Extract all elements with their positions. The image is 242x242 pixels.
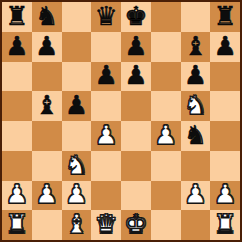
- square-g5[interactable]: ♞: [181, 91, 211, 121]
- square-c4[interactable]: [62, 121, 92, 151]
- square-c8[interactable]: [62, 2, 92, 32]
- square-h3[interactable]: [210, 151, 240, 181]
- square-g3[interactable]: [181, 151, 211, 181]
- square-d7[interactable]: [91, 32, 121, 62]
- piece-white-knight: ♞: [184, 92, 207, 118]
- square-g8[interactable]: [181, 2, 211, 32]
- square-d5[interactable]: [91, 91, 121, 121]
- piece-black-pawn: ♟: [184, 62, 207, 88]
- square-a8[interactable]: ♜: [2, 2, 32, 32]
- piece-black-pawn: ♟: [124, 33, 147, 59]
- square-e1[interactable]: ♚: [121, 210, 151, 240]
- square-d2[interactable]: [91, 181, 121, 211]
- piece-white-pawn: ♟: [5, 181, 28, 207]
- square-b8[interactable]: ♞: [32, 2, 62, 32]
- square-f7[interactable]: [151, 32, 181, 62]
- square-g2[interactable]: ♟: [181, 181, 211, 211]
- piece-white-pawn: ♟: [65, 181, 88, 207]
- square-h6[interactable]: [210, 62, 240, 92]
- piece-black-knight: ♞: [184, 122, 207, 148]
- square-f5[interactable]: [151, 91, 181, 121]
- square-h4[interactable]: [210, 121, 240, 151]
- piece-black-pawn: ♟: [213, 33, 236, 59]
- square-c5[interactable]: ♟: [62, 91, 92, 121]
- square-c3[interactable]: ♞: [62, 151, 92, 181]
- square-f4[interactable]: ♟: [151, 121, 181, 151]
- piece-white-pawn: ♟: [154, 122, 177, 148]
- square-e2[interactable]: [121, 181, 151, 211]
- piece-white-rook: ♜: [213, 211, 236, 237]
- square-e4[interactable]: [121, 121, 151, 151]
- chess-board-frame: ♜♞♛♚♜♟♟♟♝♟♟♟♟♝♟♞♟♟♞♞♟♟♟♟♟♜♝♛♚♜: [0, 0, 242, 242]
- piece-white-pawn: ♟: [94, 122, 117, 148]
- square-e8[interactable]: ♚: [121, 2, 151, 32]
- square-b6[interactable]: [32, 62, 62, 92]
- square-f3[interactable]: [151, 151, 181, 181]
- square-d1[interactable]: ♛: [91, 210, 121, 240]
- square-a3[interactable]: [2, 151, 32, 181]
- square-h8[interactable]: ♜: [210, 2, 240, 32]
- piece-black-pawn: ♟: [124, 62, 147, 88]
- square-h1[interactable]: ♜: [210, 210, 240, 240]
- square-a1[interactable]: ♜: [2, 210, 32, 240]
- square-f8[interactable]: [151, 2, 181, 32]
- square-f2[interactable]: [151, 181, 181, 211]
- piece-black-king: ♚: [124, 3, 147, 29]
- square-g7[interactable]: ♝: [181, 32, 211, 62]
- square-d6[interactable]: ♟: [91, 62, 121, 92]
- square-h2[interactable]: ♟: [210, 181, 240, 211]
- square-b4[interactable]: [32, 121, 62, 151]
- piece-white-pawn: ♟: [213, 181, 236, 207]
- piece-black-bishop: ♝: [184, 33, 207, 59]
- square-c2[interactable]: ♟: [62, 181, 92, 211]
- square-a5[interactable]: [2, 91, 32, 121]
- piece-white-pawn: ♟: [184, 181, 207, 207]
- piece-white-rook: ♜: [5, 211, 28, 237]
- piece-black-pawn: ♟: [35, 33, 58, 59]
- piece-white-knight: ♞: [65, 152, 88, 178]
- square-b7[interactable]: ♟: [32, 32, 62, 62]
- square-c6[interactable]: [62, 62, 92, 92]
- square-e7[interactable]: ♟: [121, 32, 151, 62]
- square-g1[interactable]: [181, 210, 211, 240]
- piece-black-bishop: ♝: [35, 92, 58, 118]
- square-h5[interactable]: [210, 91, 240, 121]
- piece-white-pawn: ♟: [35, 181, 58, 207]
- square-d8[interactable]: ♛: [91, 2, 121, 32]
- piece-black-pawn: ♟: [5, 33, 28, 59]
- square-f1[interactable]: [151, 210, 181, 240]
- piece-black-rook: ♜: [213, 3, 236, 29]
- square-b5[interactable]: ♝: [32, 91, 62, 121]
- piece-black-knight: ♞: [35, 3, 58, 29]
- square-g6[interactable]: ♟: [181, 62, 211, 92]
- square-g4[interactable]: ♞: [181, 121, 211, 151]
- square-b1[interactable]: [32, 210, 62, 240]
- square-a4[interactable]: [2, 121, 32, 151]
- square-a2[interactable]: ♟: [2, 181, 32, 211]
- piece-white-queen: ♛: [94, 211, 117, 237]
- square-e3[interactable]: [121, 151, 151, 181]
- square-e6[interactable]: ♟: [121, 62, 151, 92]
- square-f6[interactable]: [151, 62, 181, 92]
- square-e5[interactable]: [121, 91, 151, 121]
- square-c7[interactable]: [62, 32, 92, 62]
- square-c1[interactable]: ♝: [62, 210, 92, 240]
- square-h7[interactable]: ♟: [210, 32, 240, 62]
- square-a6[interactable]: [2, 62, 32, 92]
- piece-white-bishop: ♝: [65, 211, 88, 237]
- piece-black-rook: ♜: [5, 3, 28, 29]
- chess-board: ♜♞♛♚♜♟♟♟♝♟♟♟♟♝♟♞♟♟♞♞♟♟♟♟♟♜♝♛♚♜: [2, 2, 240, 240]
- piece-black-pawn: ♟: [65, 92, 88, 118]
- square-b2[interactable]: ♟: [32, 181, 62, 211]
- piece-black-pawn: ♟: [94, 62, 117, 88]
- piece-black-queen: ♛: [94, 3, 117, 29]
- piece-white-king: ♚: [124, 211, 147, 237]
- square-a7[interactable]: ♟: [2, 32, 32, 62]
- square-d4[interactable]: ♟: [91, 121, 121, 151]
- square-d3[interactable]: [91, 151, 121, 181]
- square-b3[interactable]: [32, 151, 62, 181]
